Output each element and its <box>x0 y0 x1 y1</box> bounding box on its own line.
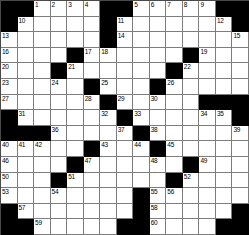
white-cell-r9-c11[interactable] <box>183 141 200 157</box>
white-cell-r13-c12[interactable] <box>199 204 216 220</box>
black-cell-r5-c5 <box>84 79 101 95</box>
white-cell-r11-c5[interactable] <box>84 173 101 189</box>
white-cell-r2-c14[interactable]: 15 <box>232 32 249 48</box>
black-cell-r9-c9 <box>150 141 167 157</box>
white-cell-r12-c14[interactable] <box>232 188 249 204</box>
black-cell-r8-c8 <box>133 126 150 142</box>
white-cell-r12-c4[interactable] <box>67 188 84 204</box>
white-cell-r6-c2[interactable] <box>34 95 51 111</box>
clue-number-31: 31 <box>19 110 26 118</box>
black-cell-r14-c1 <box>18 219 35 235</box>
white-cell-r3-c9[interactable] <box>150 48 167 64</box>
clue-number-29: 29 <box>118 95 125 103</box>
black-cell-r14-c7 <box>117 219 134 235</box>
white-cell-r12-c9[interactable]: 55 <box>150 188 167 204</box>
white-cell-r13-c9[interactable]: 58 <box>150 204 167 220</box>
white-cell-r6-c8[interactable] <box>133 95 150 111</box>
black-cell-r9-c5 <box>84 141 101 157</box>
clue-number-56: 56 <box>167 188 174 196</box>
white-cell-r7-c3[interactable] <box>51 110 68 126</box>
white-cell-r2-c9[interactable] <box>150 32 167 48</box>
white-cell-r2-c13[interactable] <box>216 32 233 48</box>
clue-number-1: 1 <box>35 1 38 9</box>
white-cell-r13-c6[interactable] <box>100 204 117 220</box>
black-cell-r4-c10 <box>166 63 183 79</box>
white-cell-r14-c2[interactable]: 59 <box>34 219 51 235</box>
white-cell-r1-c1[interactable]: 10 <box>18 17 35 33</box>
clue-number-9: 9 <box>200 1 203 9</box>
black-cell-r5-c9 <box>150 79 167 95</box>
white-cell-r2-c12[interactable] <box>199 32 216 48</box>
black-cell-r6-c13 <box>216 95 233 111</box>
black-cell-r3-c11 <box>183 48 200 64</box>
clue-number-12: 12 <box>217 17 224 25</box>
clue-number-33: 33 <box>134 110 141 118</box>
white-cell-r8-c14[interactable]: 39 <box>232 126 249 142</box>
white-cell-r6-c0[interactable]: 27 <box>1 95 18 111</box>
clue-number-57: 57 <box>19 204 26 212</box>
white-cell-r4-c9[interactable] <box>150 63 167 79</box>
black-cell-r6-c12 <box>199 95 216 111</box>
white-cell-r1-c9[interactable] <box>150 17 167 33</box>
white-cell-r4-c1[interactable] <box>18 63 35 79</box>
white-cell-r11-c11[interactable]: 52 <box>183 173 200 189</box>
white-cell-r3-c8[interactable] <box>133 48 150 64</box>
white-cell-r0-c12[interactable]: 9 <box>199 1 216 17</box>
clue-number-15: 15 <box>233 32 240 40</box>
white-cell-r2-c7[interactable]: 14 <box>117 32 134 48</box>
white-cell-r10-c14[interactable] <box>232 157 249 173</box>
black-cell-r7-c7 <box>117 110 134 126</box>
white-cell-r12-c1[interactable] <box>18 188 35 204</box>
clue-number-41: 41 <box>19 141 26 149</box>
white-cell-r7-c6[interactable]: 32 <box>100 110 117 126</box>
white-cell-r14-c10[interactable] <box>166 219 183 235</box>
white-cell-r12-c5[interactable] <box>84 188 101 204</box>
white-cell-r4-c13[interactable] <box>216 63 233 79</box>
white-cell-r7-c10[interactable] <box>166 110 183 126</box>
clue-number-38: 38 <box>151 126 158 134</box>
white-cell-r9-c1[interactable]: 41 <box>18 141 35 157</box>
white-cell-r3-c12[interactable]: 19 <box>199 48 216 64</box>
white-cell-r13-c2[interactable] <box>34 204 51 220</box>
white-cell-r2-c3[interactable] <box>51 32 68 48</box>
black-cell-r11-c3 <box>51 173 68 189</box>
white-cell-r14-c6[interactable] <box>100 219 117 235</box>
white-cell-r4-c14[interactable] <box>232 63 249 79</box>
white-cell-r0-c10[interactable]: 7 <box>166 1 183 17</box>
white-cell-r1-c4[interactable] <box>67 17 84 33</box>
white-cell-r5-c8[interactable] <box>133 79 150 95</box>
white-cell-r13-c1[interactable]: 57 <box>18 204 35 220</box>
black-cell-r0-c7 <box>117 1 134 17</box>
white-cell-r11-c1[interactable] <box>18 173 35 189</box>
white-cell-r12-c11[interactable] <box>183 188 200 204</box>
white-cell-r10-c8[interactable] <box>133 157 150 173</box>
white-cell-r2-c4[interactable] <box>67 32 84 48</box>
white-cell-r4-c2[interactable] <box>34 63 51 79</box>
white-cell-r5-c0[interactable]: 23 <box>1 79 18 95</box>
clue-number-49: 49 <box>200 157 207 165</box>
clue-number-27: 27 <box>2 95 9 103</box>
black-cell-r4-c3 <box>51 63 68 79</box>
clue-number-28: 28 <box>85 95 92 103</box>
black-cell-r0-c1 <box>18 1 35 17</box>
clue-number-2: 2 <box>52 1 55 9</box>
clue-number-59: 59 <box>35 219 42 227</box>
crossword-grid: 1234567891011121314151617181920212223242… <box>0 0 249 235</box>
white-cell-r5-c4[interactable] <box>67 79 84 95</box>
white-cell-r14-c3[interactable] <box>51 219 68 235</box>
white-cell-r8-c9[interactable]: 38 <box>150 126 167 142</box>
white-cell-r9-c4[interactable] <box>67 141 84 157</box>
white-cell-r5-c13[interactable] <box>216 79 233 95</box>
clue-number-40: 40 <box>2 141 9 149</box>
white-cell-r5-c6[interactable]: 25 <box>100 79 117 95</box>
clue-number-36: 36 <box>52 126 59 134</box>
white-cell-r4-c12[interactable] <box>199 63 216 79</box>
clue-number-11: 11 <box>118 17 124 25</box>
white-cell-r6-c7[interactable]: 29 <box>117 95 134 111</box>
clue-number-54: 54 <box>52 188 59 196</box>
white-cell-r2-c11[interactable] <box>183 32 200 48</box>
white-cell-r11-c6[interactable] <box>100 173 117 189</box>
white-cell-r13-c13[interactable] <box>216 204 233 220</box>
white-cell-r9-c7[interactable] <box>117 141 134 157</box>
clue-number-8: 8 <box>184 1 187 9</box>
black-cell-r10-c11 <box>183 157 200 173</box>
white-cell-r3-c6[interactable]: 18 <box>100 48 117 64</box>
white-cell-r0-c8[interactable]: 5 <box>133 1 150 17</box>
clue-number-6: 6 <box>151 1 154 9</box>
white-cell-r14-c11[interactable] <box>183 219 200 235</box>
white-cell-r3-c5[interactable]: 17 <box>84 48 101 64</box>
black-cell-r0-c6 <box>100 1 117 17</box>
white-cell-r5-c1[interactable] <box>18 79 35 95</box>
black-cell-r14-c0 <box>1 219 18 235</box>
white-cell-r11-c7[interactable] <box>117 173 134 189</box>
white-cell-r10-c3[interactable] <box>51 157 68 173</box>
white-cell-r0-c4[interactable]: 3 <box>67 1 84 17</box>
white-cell-r6-c9[interactable]: 30 <box>150 95 167 111</box>
white-cell-r10-c5[interactable]: 47 <box>84 157 101 173</box>
white-cell-r1-c8[interactable] <box>133 17 150 33</box>
white-cell-r8-c7[interactable]: 37 <box>117 126 134 142</box>
white-cell-r9-c2[interactable]: 42 <box>34 141 51 157</box>
black-cell-r8-c1 <box>18 126 35 142</box>
white-cell-r6-c3[interactable] <box>51 95 68 111</box>
white-cell-r9-c0[interactable]: 40 <box>1 141 18 157</box>
white-cell-r5-c14[interactable] <box>232 79 249 95</box>
white-cell-r10-c2[interactable] <box>34 157 51 173</box>
clue-number-5: 5 <box>134 1 137 9</box>
white-cell-r7-c11[interactable] <box>183 110 200 126</box>
white-cell-r11-c9[interactable] <box>150 173 167 189</box>
white-cell-r9-c8[interactable]: 44 <box>133 141 150 157</box>
clue-number-45: 45 <box>167 141 174 149</box>
white-cell-r8-c4[interactable] <box>67 126 84 142</box>
clue-number-17: 17 <box>85 48 92 56</box>
white-cell-r1-c11[interactable] <box>183 17 200 33</box>
white-cell-r13-c10[interactable] <box>166 204 183 220</box>
white-cell-r3-c13[interactable] <box>216 48 233 64</box>
clue-number-53: 53 <box>2 188 9 196</box>
white-cell-r12-c2[interactable] <box>34 188 51 204</box>
clue-number-3: 3 <box>68 1 71 9</box>
white-cell-r4-c5[interactable] <box>84 63 101 79</box>
black-cell-r0-c14 <box>232 1 249 17</box>
white-cell-r7-c9[interactable] <box>150 110 167 126</box>
black-cell-r6-c6 <box>100 95 117 111</box>
white-cell-r10-c0[interactable]: 46 <box>1 157 18 173</box>
white-cell-r10-c10[interactable] <box>166 157 183 173</box>
white-cell-r7-c4[interactable] <box>67 110 84 126</box>
white-cell-r7-c1[interactable]: 31 <box>18 110 35 126</box>
white-cell-r9-c12[interactable] <box>199 141 216 157</box>
black-cell-r1-c6 <box>100 17 117 33</box>
white-cell-r1-c13[interactable]: 12 <box>216 17 233 33</box>
white-cell-r9-c6[interactable]: 43 <box>100 141 117 157</box>
white-cell-r11-c13[interactable] <box>216 173 233 189</box>
clue-number-51: 51 <box>68 173 75 181</box>
white-cell-r2-c10[interactable] <box>166 32 183 48</box>
white-cell-r14-c9[interactable]: 60 <box>150 219 167 235</box>
white-cell-r6-c4[interactable] <box>67 95 84 111</box>
clue-number-14: 14 <box>118 32 125 40</box>
clue-number-23: 23 <box>2 79 9 87</box>
black-cell-r6-c14 <box>232 95 249 111</box>
white-cell-r10-c9[interactable]: 48 <box>150 157 167 173</box>
black-cell-r12-c8 <box>133 188 150 204</box>
white-cell-r2-c8[interactable] <box>133 32 150 48</box>
white-cell-r10-c1[interactable] <box>18 157 35 173</box>
white-cell-r0-c2[interactable]: 1 <box>34 1 51 17</box>
white-cell-r3-c1[interactable] <box>18 48 35 64</box>
clue-number-44: 44 <box>134 141 141 149</box>
clue-number-18: 18 <box>101 48 108 56</box>
clue-number-35: 35 <box>217 110 224 118</box>
clue-number-25: 25 <box>101 79 108 87</box>
white-cell-r3-c2[interactable] <box>34 48 51 64</box>
white-cell-r1-c7[interactable]: 11 <box>117 17 134 33</box>
white-cell-r0-c3[interactable]: 2 <box>51 1 68 17</box>
black-cell-r13-c8 <box>133 204 150 220</box>
white-cell-r9-c3[interactable] <box>51 141 68 157</box>
white-cell-r7-c2[interactable] <box>34 110 51 126</box>
white-cell-r0-c5[interactable]: 4 <box>84 1 101 17</box>
black-cell-r8-c2 <box>34 126 51 142</box>
white-cell-r4-c4[interactable]: 21 <box>67 63 84 79</box>
white-cell-r4-c8[interactable] <box>133 63 150 79</box>
white-cell-r1-c10[interactable] <box>166 17 183 33</box>
white-cell-r0-c11[interactable]: 8 <box>183 1 200 17</box>
white-cell-r11-c14[interactable] <box>232 173 249 189</box>
white-cell-r12-c13[interactable] <box>216 188 233 204</box>
white-cell-r11-c4[interactable]: 51 <box>67 173 84 189</box>
black-cell-r7-c0 <box>1 110 18 126</box>
white-cell-r11-c0[interactable]: 50 <box>1 173 18 189</box>
black-cell-r1-c0 <box>1 17 18 33</box>
white-cell-r6-c10[interactable] <box>166 95 183 111</box>
white-cell-r9-c10[interactable]: 45 <box>166 141 183 157</box>
clue-number-30: 30 <box>151 95 158 103</box>
white-cell-r3-c3[interactable] <box>51 48 68 64</box>
white-cell-r3-c10[interactable] <box>166 48 183 64</box>
white-cell-r5-c12[interactable] <box>199 79 216 95</box>
white-cell-r8-c12[interactable] <box>199 126 216 142</box>
white-cell-r8-c5[interactable] <box>84 126 101 142</box>
white-cell-r6-c5[interactable]: 28 <box>84 95 101 111</box>
black-cell-r0-c0 <box>1 1 18 17</box>
clue-number-39: 39 <box>233 126 240 134</box>
black-cell-r7-c14 <box>232 110 249 126</box>
white-cell-r4-c0[interactable]: 20 <box>1 63 18 79</box>
white-cell-r14-c12[interactable] <box>199 219 216 235</box>
black-cell-r11-c10 <box>166 173 183 189</box>
white-cell-r10-c12[interactable]: 49 <box>199 157 216 173</box>
clue-number-21: 21 <box>68 63 75 71</box>
black-cell-r14-c14 <box>232 219 249 235</box>
white-cell-r8-c3[interactable]: 36 <box>51 126 68 142</box>
white-cell-r7-c12[interactable]: 34 <box>199 110 216 126</box>
white-cell-r12-c12[interactable] <box>199 188 216 204</box>
white-cell-r7-c13[interactable]: 35 <box>216 110 233 126</box>
clue-number-13: 13 <box>2 32 9 40</box>
white-cell-r11-c8[interactable] <box>133 173 150 189</box>
white-cell-r8-c11[interactable] <box>183 126 200 142</box>
white-cell-r12-c6[interactable] <box>100 188 117 204</box>
clue-number-20: 20 <box>2 63 9 71</box>
white-cell-r2-c0[interactable]: 13 <box>1 32 18 48</box>
white-cell-r9-c13[interactable] <box>216 141 233 157</box>
clue-number-32: 32 <box>101 110 108 118</box>
white-cell-r8-c13[interactable] <box>216 126 233 142</box>
white-cell-r7-c8[interactable]: 33 <box>133 110 150 126</box>
white-cell-r8-c10[interactable] <box>166 126 183 142</box>
white-cell-r10-c7[interactable] <box>117 157 134 173</box>
clue-number-10: 10 <box>19 17 26 25</box>
clue-number-19: 19 <box>200 48 207 56</box>
white-cell-r14-c4[interactable] <box>67 219 84 235</box>
white-cell-r7-c5[interactable] <box>84 110 101 126</box>
black-cell-r10-c4 <box>67 157 84 173</box>
white-cell-r13-c7[interactable] <box>117 204 134 220</box>
black-cell-r1-c14 <box>232 17 249 33</box>
white-cell-r13-c11[interactable] <box>183 204 200 220</box>
white-cell-r14-c5[interactable] <box>84 219 101 235</box>
black-cell-r14-c13 <box>216 219 233 235</box>
clue-number-7: 7 <box>167 1 170 9</box>
white-cell-r6-c1[interactable] <box>18 95 35 111</box>
white-cell-r12-c10[interactable]: 56 <box>166 188 183 204</box>
clue-number-52: 52 <box>184 173 191 181</box>
white-cell-r13-c5[interactable] <box>84 204 101 220</box>
white-cell-r5-c2[interactable] <box>34 79 51 95</box>
clue-number-48: 48 <box>151 157 158 165</box>
white-cell-r5-c11[interactable] <box>183 79 200 95</box>
white-cell-r1-c3[interactable] <box>51 17 68 33</box>
white-cell-r2-c1[interactable] <box>18 32 35 48</box>
clue-number-43: 43 <box>101 141 108 149</box>
black-cell-r3-c4 <box>67 48 84 64</box>
white-cell-r3-c14[interactable] <box>232 48 249 64</box>
clue-number-42: 42 <box>35 141 42 149</box>
white-cell-r10-c13[interactable] <box>216 157 233 173</box>
white-cell-r13-c4[interactable] <box>67 204 84 220</box>
white-cell-r3-c7[interactable] <box>117 48 134 64</box>
clue-number-46: 46 <box>2 157 9 165</box>
clue-number-50: 50 <box>2 173 9 181</box>
white-cell-r3-c0[interactable]: 16 <box>1 48 18 64</box>
clue-number-4: 4 <box>85 1 88 9</box>
clue-number-55: 55 <box>151 188 158 196</box>
white-cell-r4-c7[interactable] <box>117 63 134 79</box>
white-cell-r12-c0[interactable]: 53 <box>1 188 18 204</box>
white-cell-r2-c2[interactable] <box>34 32 51 48</box>
white-cell-r5-c7[interactable] <box>117 79 134 95</box>
white-cell-r9-c14[interactable] <box>232 141 249 157</box>
white-cell-r4-c11[interactable]: 22 <box>183 63 200 79</box>
clue-number-47: 47 <box>85 157 92 165</box>
clue-number-34: 34 <box>200 110 207 118</box>
white-cell-r13-c3[interactable] <box>51 204 68 220</box>
white-cell-r10-c6[interactable] <box>100 157 117 173</box>
white-cell-r1-c2[interactable] <box>34 17 51 33</box>
white-cell-r1-c5[interactable] <box>84 17 101 33</box>
white-cell-r11-c2[interactable] <box>34 173 51 189</box>
white-cell-r5-c3[interactable]: 24 <box>51 79 68 95</box>
white-cell-r8-c6[interactable] <box>100 126 117 142</box>
white-cell-r6-c11[interactable] <box>183 95 200 111</box>
clue-number-24: 24 <box>52 79 59 87</box>
clue-number-37: 37 <box>118 126 125 134</box>
white-cell-r12-c3[interactable]: 54 <box>51 188 68 204</box>
white-cell-r4-c6[interactable] <box>100 63 117 79</box>
black-cell-r13-c0 <box>1 204 18 220</box>
black-cell-r0-c13 <box>216 1 233 17</box>
white-cell-r5-c10[interactable]: 26 <box>166 79 183 95</box>
black-cell-r13-c14 <box>232 204 249 220</box>
black-cell-r14-c8 <box>133 219 150 235</box>
white-cell-r1-c12[interactable] <box>199 17 216 33</box>
clue-number-16: 16 <box>2 48 9 56</box>
clue-number-60: 60 <box>151 219 158 227</box>
white-cell-r12-c7[interactable] <box>117 188 134 204</box>
white-cell-r0-c9[interactable]: 6 <box>150 1 167 17</box>
black-cell-r8-c0 <box>1 126 18 142</box>
white-cell-r11-c12[interactable] <box>199 173 216 189</box>
white-cell-r2-c5[interactable] <box>84 32 101 48</box>
clue-number-22: 22 <box>184 63 191 71</box>
clue-number-26: 26 <box>167 79 174 87</box>
clue-number-58: 58 <box>151 204 158 212</box>
black-cell-r2-c6 <box>100 32 117 48</box>
